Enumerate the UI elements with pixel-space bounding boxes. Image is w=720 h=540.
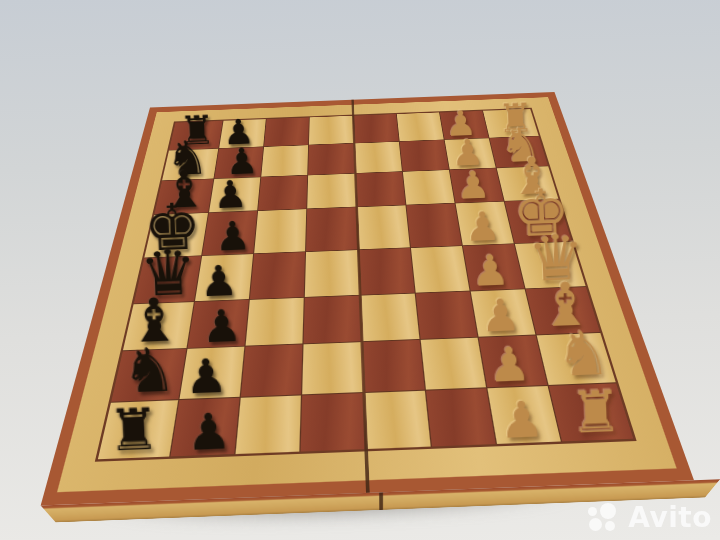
white-knight: ♞: [555, 325, 612, 385]
square-h3: [396, 112, 443, 141]
black-pawn: ♟: [201, 304, 242, 348]
square-f5: [308, 174, 356, 208]
avito-logo-icon: [587, 503, 623, 533]
square-f6: [259, 176, 308, 210]
black-pawn: ♟: [214, 217, 251, 256]
black-pawn: ♟: [213, 176, 248, 213]
square-b5: [303, 342, 363, 394]
square-d6: [250, 252, 305, 299]
square-g3: [399, 140, 448, 171]
watermark-text: Avito: [628, 501, 712, 534]
square-d2: ♟: [463, 244, 525, 290]
square-c5: [304, 296, 361, 343]
square-e5: [307, 207, 358, 252]
white-rook: ♜: [569, 385, 622, 441]
square-d3: [411, 246, 470, 293]
square-g6: [262, 145, 309, 177]
photo-canvas: ♜♟♟♜♞♟♟♞♝♟♟♝♚♟♟♚♛♟♟♛♝♟♟♝♞♟♟♞♜♟♟♜ Avito: [0, 0, 720, 540]
square-f3: [402, 170, 454, 204]
square-b7: ♟: [180, 346, 245, 399]
square-e7: ♟: [203, 211, 258, 256]
square-b8: ♞: [111, 349, 187, 402]
square-a1: ♜: [548, 383, 633, 441]
white-pawn: ♟: [456, 166, 491, 203]
white-pawn: ♟: [499, 395, 546, 444]
square-d5: [305, 250, 359, 297]
white-pawn: ♟: [471, 250, 510, 291]
square-b4: [362, 340, 424, 392]
square-h6: [264, 117, 309, 146]
square-h4: [353, 114, 398, 143]
square-g4: [354, 142, 401, 173]
white-pawn: ♟: [488, 341, 532, 387]
square-f2: ♟: [449, 168, 503, 202]
square-c4: [360, 294, 419, 341]
square-a4: [364, 391, 430, 449]
square-a8: ♜: [98, 400, 179, 459]
square-b3: [420, 337, 485, 389]
black-knight: ♞: [121, 342, 178, 402]
square-c7: ♟: [188, 300, 249, 347]
black-pawn: ♟: [199, 260, 238, 301]
square-c2: ♟: [470, 290, 535, 337]
square-a6: [236, 395, 301, 454]
square-d7: ♟: [195, 254, 253, 301]
square-h5: [309, 116, 353, 145]
square-b6: [241, 344, 303, 396]
square-c3: [415, 292, 477, 339]
square-a5: [301, 393, 365, 452]
watermark: Avito: [587, 501, 712, 534]
square-f4: [356, 172, 405, 206]
black-pawn: ♟: [185, 407, 232, 456]
square-a7: ♟: [171, 398, 240, 457]
square-e4: [357, 205, 410, 250]
square-f7: ♟: [209, 177, 260, 212]
folding-chess-box: ♜♟♟♜♞♟♟♞♝♟♟♝♚♟♟♚♛♟♟♛♝♟♟♝♞♟♟♞♜♟♟♜: [41, 92, 694, 505]
square-g5: [309, 144, 355, 175]
white-pawn: ♟: [464, 207, 501, 246]
square-b2: ♟: [478, 335, 547, 387]
square-a2: ♟: [487, 386, 560, 444]
square-e6: [255, 209, 307, 254]
white-pawn: ♟: [480, 293, 521, 337]
square-d4: [359, 248, 415, 295]
black-pawn: ♟: [184, 353, 228, 399]
square-a3: [425, 388, 495, 446]
square-e2: ♟: [455, 201, 513, 245]
black-rook: ♜: [107, 403, 160, 459]
scene-tilt: ♜♟♟♜♞♟♟♞♝♟♟♝♚♟♟♚♛♟♟♛♝♟♟♝♞♟♟♞♜♟♟♜: [0, 0, 720, 540]
scene-3d: ♜♟♟♜♞♟♟♞♝♟♟♝♚♟♟♚♛♟♟♛♝♟♟♝♞♟♟♞♜♟♟♜: [41, 92, 694, 505]
square-c6: [246, 298, 304, 345]
square-e3: [406, 203, 461, 247]
